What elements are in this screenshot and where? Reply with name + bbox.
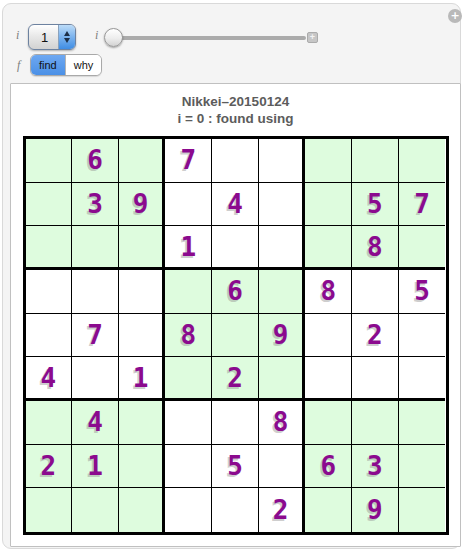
sudoku-cell — [399, 139, 446, 183]
sudoku-cell — [305, 357, 352, 401]
sudoku-cell: 1 — [119, 357, 166, 401]
sudoku-cell: 1 — [72, 445, 119, 489]
sudoku-cell: 2 — [212, 357, 259, 401]
sudoku-cell: 5 — [352, 183, 399, 227]
sudoku-cell: 2 — [352, 314, 399, 358]
sudoku-cell: 7 — [72, 314, 119, 358]
sudoku-cell — [259, 226, 306, 270]
sudoku-cell — [212, 226, 259, 270]
sudoku-cell — [399, 401, 446, 445]
sudoku-cell — [165, 183, 212, 227]
sudoku-cell — [119, 401, 166, 445]
puzzle-title: Nikkei–20150124 — [11, 93, 460, 110]
sudoku-cell — [259, 183, 306, 227]
sudoku-cell: 9 — [259, 314, 306, 358]
sudoku-cell — [352, 139, 399, 183]
sudoku-cell — [399, 445, 446, 489]
sudoku-cell: 5 — [399, 270, 446, 314]
sudoku-cell — [305, 401, 352, 445]
sudoku-cell — [165, 445, 212, 489]
sudoku-cell — [399, 357, 446, 401]
sudoku-cell — [212, 488, 259, 532]
find-button[interactable]: find — [31, 55, 65, 75]
sudoku-cell: 3 — [352, 445, 399, 489]
sudoku-cell — [26, 139, 73, 183]
sudoku-grid: 6739457186857892412482156329 — [23, 136, 449, 535]
sudoku-cell: 7 — [165, 139, 212, 183]
sudoku-cell — [72, 357, 119, 401]
sudoku-cell — [119, 139, 166, 183]
manipulate-frame: + i 1 i + f find why Nikkei–20150124 i =… — [2, 3, 461, 549]
sudoku-cell — [165, 488, 212, 532]
sudoku-cell — [259, 270, 306, 314]
plus-icon: + — [450, 10, 459, 21]
sudoku-cell — [352, 270, 399, 314]
sudoku-cell: 6 — [212, 270, 259, 314]
sudoku-cell: 5 — [212, 445, 259, 489]
sudoku-cell — [26, 488, 73, 532]
slider-expand-button[interactable]: + — [307, 32, 318, 43]
sudoku-cell: 2 — [259, 488, 306, 532]
sudoku-cell — [259, 357, 306, 401]
sudoku-cell — [259, 139, 306, 183]
sudoku-cell — [212, 139, 259, 183]
slider-label: i — [95, 28, 98, 43]
sudoku-cell: 8 — [305, 270, 352, 314]
sudoku-cell: 6 — [305, 445, 352, 489]
output-panel: Nikkei–20150124 i = 0 : found using 6739… — [10, 83, 461, 547]
sudoku-cell — [119, 314, 166, 358]
sudoku-cell — [352, 357, 399, 401]
slider-track[interactable] — [107, 36, 306, 40]
sudoku-cell: 9 — [352, 488, 399, 532]
manipulate-menu-button[interactable]: + — [448, 9, 462, 23]
sudoku-cell — [26, 314, 73, 358]
sudoku-cell: 8 — [165, 314, 212, 358]
dropdown-label: i — [16, 28, 19, 43]
sudoku-cell — [119, 488, 166, 532]
sudoku-cell — [26, 183, 73, 227]
sudoku-cell — [305, 183, 352, 227]
toggle-label: f — [17, 58, 20, 73]
sudoku-cell — [212, 401, 259, 445]
sudoku-cell — [399, 314, 446, 358]
sudoku-cell: 1 — [165, 226, 212, 270]
plus-icon: + — [310, 33, 315, 42]
sudoku-cell — [212, 314, 259, 358]
sudoku-cell — [259, 445, 306, 489]
find-why-toggle: find why — [30, 54, 102, 76]
sudoku-cell — [26, 401, 73, 445]
why-button[interactable]: why — [65, 55, 102, 75]
sudoku-cell: 8 — [259, 401, 306, 445]
sudoku-cell — [305, 314, 352, 358]
sudoku-cell — [399, 226, 446, 270]
sudoku-cell: 6 — [72, 139, 119, 183]
sudoku-cell — [72, 270, 119, 314]
index-dropdown[interactable]: 1 — [28, 24, 76, 50]
stepper-arrows-icon[interactable] — [58, 25, 75, 49]
sudoku-cell: 7 — [399, 183, 446, 227]
arrow-up-icon — [64, 31, 70, 36]
sudoku-cell — [399, 488, 446, 532]
sudoku-cell — [119, 270, 166, 314]
sudoku-cell: 2 — [26, 445, 73, 489]
sudoku-cell — [165, 401, 212, 445]
sudoku-cell — [26, 226, 73, 270]
sudoku-cell — [26, 270, 73, 314]
arrow-down-icon — [64, 38, 70, 43]
sudoku-cell — [305, 488, 352, 532]
status-line: i = 0 : found using — [11, 110, 460, 128]
dropdown-value: 1 — [29, 25, 58, 49]
sudoku-cell — [72, 226, 119, 270]
sudoku-cell: 3 — [72, 183, 119, 227]
sudoku-cell — [119, 226, 166, 270]
sudoku-cell: 9 — [119, 183, 166, 227]
sudoku-cell: 4 — [212, 183, 259, 227]
sudoku-cell — [165, 357, 212, 401]
sudoku-cell — [72, 488, 119, 532]
sudoku-cell — [119, 445, 166, 489]
sudoku-cell: 4 — [26, 357, 73, 401]
sudoku-cell — [305, 139, 352, 183]
sudoku-cell — [352, 401, 399, 445]
sudoku-cell — [165, 270, 212, 314]
sudoku-cell — [305, 226, 352, 270]
sudoku-cell: 4 — [72, 401, 119, 445]
slider-thumb[interactable] — [104, 28, 123, 47]
sudoku-cell: 8 — [352, 226, 399, 270]
